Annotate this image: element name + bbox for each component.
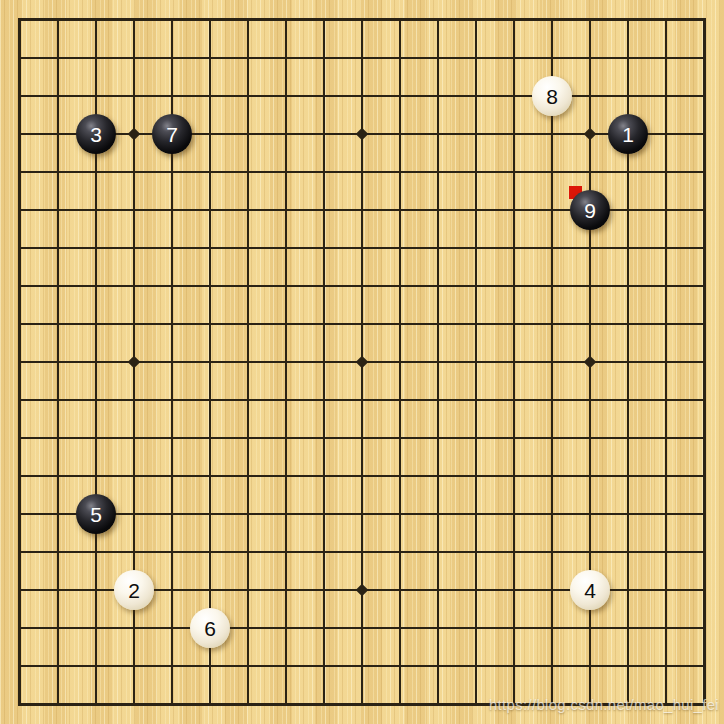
stone-black-9[interactable]: 9	[570, 190, 610, 230]
move-number: 8	[546, 86, 558, 107]
stone-black-7[interactable]: 7	[152, 114, 192, 154]
stone-black-1[interactable]: 1	[608, 114, 648, 154]
stone-black-5[interactable]: 5	[76, 494, 116, 534]
stone-black-3[interactable]: 3	[76, 114, 116, 154]
stone-white-4[interactable]: 4	[570, 570, 610, 610]
move-number: 1	[622, 124, 634, 145]
stone-white-2[interactable]: 2	[114, 570, 154, 610]
stone-white-8[interactable]: 8	[532, 76, 572, 116]
go-board[interactable]: 123456789 https://blog.csdn.net/mao_hui_…	[0, 0, 724, 724]
move-number: 6	[204, 618, 216, 639]
move-number: 2	[128, 580, 140, 601]
watermark: https://blog.csdn.net/mao_hui_fei	[489, 696, 719, 713]
move-number: 4	[584, 580, 596, 601]
stone-white-6[interactable]: 6	[190, 608, 230, 648]
move-number: 9	[584, 200, 596, 221]
move-number: 7	[166, 124, 178, 145]
move-number: 5	[90, 504, 102, 525]
move-number: 3	[90, 124, 102, 145]
